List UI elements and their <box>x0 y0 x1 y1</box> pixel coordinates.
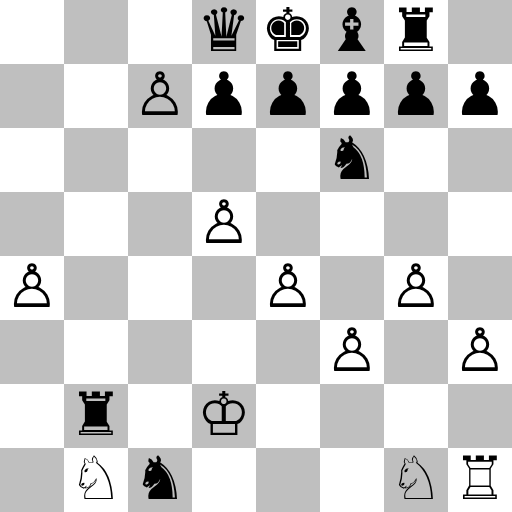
piece-white-pawn[interactable]: ♙ <box>261 254 315 318</box>
chess-board: ♛♚♝♜♙♟♟♟♟♟♞♙♙♙♙♙♙♜♔♘♞♘♖ <box>0 0 512 512</box>
square-b4[interactable] <box>64 256 128 320</box>
square-b1[interactable]: ♘ <box>64 448 128 512</box>
square-c2[interactable] <box>128 384 192 448</box>
square-a4[interactable]: ♙ <box>0 256 64 320</box>
square-f3[interactable]: ♙ <box>320 320 384 384</box>
square-d7[interactable]: ♟ <box>192 64 256 128</box>
square-e1[interactable] <box>256 448 320 512</box>
piece-white-pawn[interactable]: ♙ <box>133 62 187 126</box>
square-d5[interactable]: ♙ <box>192 192 256 256</box>
square-c6[interactable] <box>128 128 192 192</box>
square-f1[interactable] <box>320 448 384 512</box>
square-f6[interactable]: ♞ <box>320 128 384 192</box>
piece-black-pawn[interactable]: ♟ <box>261 62 315 126</box>
square-e5[interactable] <box>256 192 320 256</box>
square-a2[interactable] <box>0 384 64 448</box>
piece-black-rook[interactable]: ♜ <box>389 0 443 62</box>
square-g5[interactable] <box>384 192 448 256</box>
square-e3[interactable] <box>256 320 320 384</box>
square-b8[interactable] <box>64 0 128 64</box>
piece-white-pawn[interactable]: ♙ <box>453 318 507 382</box>
square-c3[interactable] <box>128 320 192 384</box>
square-h4[interactable] <box>448 256 512 320</box>
square-c8[interactable] <box>128 0 192 64</box>
square-h2[interactable] <box>448 384 512 448</box>
square-h5[interactable] <box>448 192 512 256</box>
square-e6[interactable] <box>256 128 320 192</box>
piece-black-bishop[interactable]: ♝ <box>325 0 379 62</box>
square-f8[interactable]: ♝ <box>320 0 384 64</box>
piece-black-pawn[interactable]: ♟ <box>453 62 507 126</box>
square-g8[interactable]: ♜ <box>384 0 448 64</box>
piece-white-pawn[interactable]: ♙ <box>5 254 59 318</box>
piece-white-knight[interactable]: ♘ <box>389 446 443 510</box>
square-g3[interactable] <box>384 320 448 384</box>
piece-black-queen[interactable]: ♛ <box>197 0 251 62</box>
piece-white-knight[interactable]: ♘ <box>69 446 123 510</box>
piece-black-rook[interactable]: ♜ <box>69 382 123 446</box>
square-g7[interactable]: ♟ <box>384 64 448 128</box>
piece-black-king[interactable]: ♚ <box>261 0 315 62</box>
square-d3[interactable] <box>192 320 256 384</box>
square-h3[interactable]: ♙ <box>448 320 512 384</box>
square-g1[interactable]: ♘ <box>384 448 448 512</box>
square-c7[interactable]: ♙ <box>128 64 192 128</box>
piece-black-knight[interactable]: ♞ <box>325 126 379 190</box>
square-e7[interactable]: ♟ <box>256 64 320 128</box>
square-f5[interactable] <box>320 192 384 256</box>
piece-white-pawn[interactable]: ♙ <box>389 254 443 318</box>
square-b6[interactable] <box>64 128 128 192</box>
square-g6[interactable] <box>384 128 448 192</box>
square-b7[interactable] <box>64 64 128 128</box>
square-a7[interactable] <box>0 64 64 128</box>
square-g2[interactable] <box>384 384 448 448</box>
square-f4[interactable] <box>320 256 384 320</box>
piece-white-rook[interactable]: ♖ <box>453 446 507 510</box>
square-a1[interactable] <box>0 448 64 512</box>
square-c1[interactable]: ♞ <box>128 448 192 512</box>
square-h8[interactable] <box>448 0 512 64</box>
square-b2[interactable]: ♜ <box>64 384 128 448</box>
square-d8[interactable]: ♛ <box>192 0 256 64</box>
piece-black-pawn[interactable]: ♟ <box>325 62 379 126</box>
square-f7[interactable]: ♟ <box>320 64 384 128</box>
square-d6[interactable] <box>192 128 256 192</box>
square-a5[interactable] <box>0 192 64 256</box>
square-c4[interactable] <box>128 256 192 320</box>
square-c5[interactable] <box>128 192 192 256</box>
piece-white-king[interactable]: ♔ <box>197 382 251 446</box>
square-d1[interactable] <box>192 448 256 512</box>
square-g4[interactable]: ♙ <box>384 256 448 320</box>
square-b5[interactable] <box>64 192 128 256</box>
square-a8[interactable] <box>0 0 64 64</box>
piece-black-pawn[interactable]: ♟ <box>389 62 443 126</box>
piece-white-pawn[interactable]: ♙ <box>325 318 379 382</box>
square-f2[interactable] <box>320 384 384 448</box>
square-e8[interactable]: ♚ <box>256 0 320 64</box>
square-h1[interactable]: ♖ <box>448 448 512 512</box>
square-h6[interactable] <box>448 128 512 192</box>
square-h7[interactable]: ♟ <box>448 64 512 128</box>
square-b3[interactable] <box>64 320 128 384</box>
piece-black-pawn[interactable]: ♟ <box>197 62 251 126</box>
square-d4[interactable] <box>192 256 256 320</box>
square-e2[interactable] <box>256 384 320 448</box>
piece-black-knight[interactable]: ♞ <box>133 446 187 510</box>
piece-white-pawn[interactable]: ♙ <box>197 190 251 254</box>
square-a6[interactable] <box>0 128 64 192</box>
square-a3[interactable] <box>0 320 64 384</box>
square-e4[interactable]: ♙ <box>256 256 320 320</box>
square-d2[interactable]: ♔ <box>192 384 256 448</box>
